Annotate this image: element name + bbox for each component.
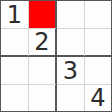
cell-r2c3[interactable] — [85, 57, 111, 85]
cell-r3c0[interactable] — [1, 85, 29, 111]
cell-r1c2[interactable] — [57, 29, 85, 57]
cell-r1c0[interactable] — [1, 29, 29, 57]
cell-r0c2[interactable] — [57, 1, 85, 29]
cell-r2c2[interactable]: 3 — [57, 57, 85, 85]
cell-r1c3[interactable] — [85, 29, 111, 57]
selected-cell-r0c1[interactable] — [29, 1, 57, 29]
cell-r3c1[interactable] — [29, 85, 57, 111]
cell-r1c1[interactable]: 2 — [29, 29, 57, 57]
sudoku-board: 1234 — [0, 0, 112, 112]
cell-r3c3[interactable]: 4 — [85, 85, 111, 111]
cell-r0c0[interactable]: 1 — [1, 1, 29, 29]
cell-r2c0[interactable] — [1, 57, 29, 85]
cell-r2c1[interactable] — [29, 57, 57, 85]
cell-r0c3[interactable] — [85, 1, 111, 29]
cell-r3c2[interactable] — [57, 85, 85, 111]
